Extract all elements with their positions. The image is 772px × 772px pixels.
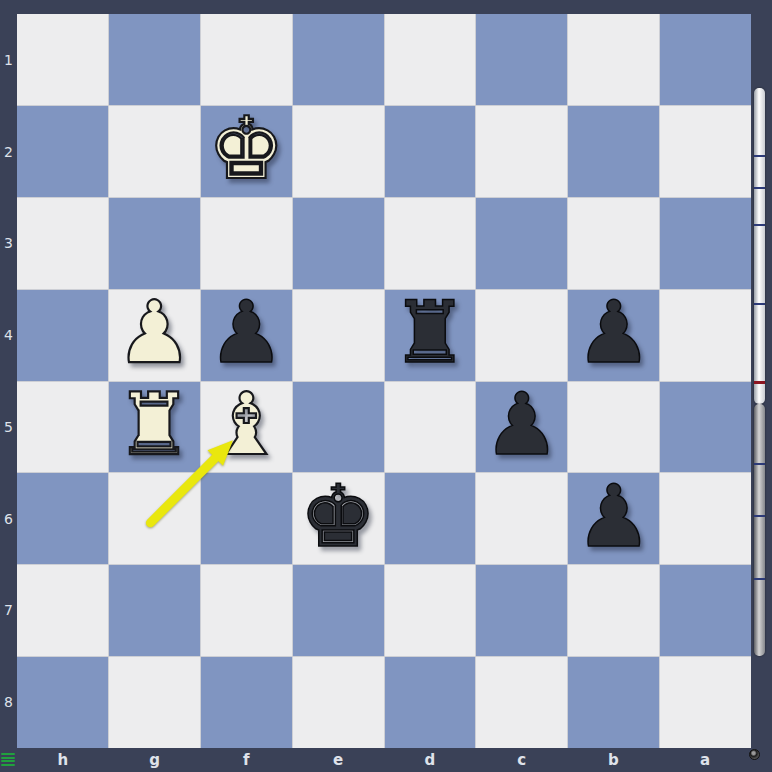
- square-g2[interactable]: [109, 106, 200, 197]
- square-e2[interactable]: [293, 106, 384, 197]
- square-c6[interactable]: [476, 473, 567, 564]
- rank-label-6: 6: [0, 473, 17, 565]
- rank-label-4: 4: [0, 289, 17, 381]
- square-f7[interactable]: [201, 565, 292, 656]
- square-b3[interactable]: [568, 198, 659, 289]
- square-d7[interactable]: [385, 565, 476, 656]
- square-b4[interactable]: ♟: [568, 290, 659, 381]
- file-label-b: b: [568, 748, 660, 772]
- piece-black-pawn-b6[interactable]: ♟: [575, 473, 652, 559]
- rank-label-1: 1: [0, 14, 17, 106]
- scrollbar-red-marker: [754, 381, 765, 384]
- piece-black-king-e6[interactable]: ♚: [300, 473, 377, 559]
- green-bars-indicator-icon: [1, 753, 15, 767]
- square-e8[interactable]: [293, 657, 384, 748]
- square-f4[interactable]: ♟: [201, 290, 292, 381]
- scrollbar-thumb[interactable]: [754, 88, 765, 404]
- square-g6[interactable]: [109, 473, 200, 564]
- square-e7[interactable]: [293, 565, 384, 656]
- piece-white-bishop-f5[interactable]: ♝: [208, 381, 285, 467]
- square-e6[interactable]: ♚: [293, 473, 384, 564]
- square-h3[interactable]: [17, 198, 108, 289]
- piece-white-pawn-g4[interactable]: ♟: [116, 289, 193, 375]
- square-c2[interactable]: [476, 106, 567, 197]
- chess-board[interactable]: ♚♟♟♜♟♜♝♟♚♟: [17, 14, 751, 748]
- square-c1[interactable]: [476, 14, 567, 105]
- square-d3[interactable]: [385, 198, 476, 289]
- square-f6[interactable]: [201, 473, 292, 564]
- rank-label-3: 3: [0, 198, 17, 290]
- square-c4[interactable]: [476, 290, 567, 381]
- square-d5[interactable]: [385, 382, 476, 473]
- square-a6[interactable]: [660, 473, 751, 564]
- square-h4[interactable]: [17, 290, 108, 381]
- file-labels: hgfedcba: [17, 748, 751, 772]
- file-label-c: c: [476, 748, 568, 772]
- file-label-g: g: [109, 748, 201, 772]
- rank-label-7: 7: [0, 565, 17, 657]
- scrollbar-tick: [754, 463, 765, 465]
- square-d2[interactable]: [385, 106, 476, 197]
- scrollbar-tick: [754, 303, 765, 305]
- piece-white-rook-g5[interactable]: ♜: [116, 381, 193, 467]
- square-a2[interactable]: [660, 106, 751, 197]
- scrollbar-tick: [754, 515, 765, 517]
- square-c5[interactable]: ♟: [476, 382, 567, 473]
- piece-black-pawn-c5[interactable]: ♟: [483, 381, 560, 467]
- scrollbar-tick: [754, 187, 765, 189]
- square-h2[interactable]: [17, 106, 108, 197]
- square-g1[interactable]: [109, 14, 200, 105]
- file-label-h: h: [17, 748, 109, 772]
- file-label-f: f: [201, 748, 293, 772]
- scrollbar-tick: [754, 224, 765, 226]
- chess-app-window: 12345678 ♚♟♟♜♟♜♝♟♚♟ hgfedcba: [0, 0, 772, 772]
- square-e3[interactable]: [293, 198, 384, 289]
- square-h7[interactable]: [17, 565, 108, 656]
- square-e1[interactable]: [293, 14, 384, 105]
- square-b6[interactable]: ♟: [568, 473, 659, 564]
- square-h1[interactable]: [17, 14, 108, 105]
- square-a1[interactable]: [660, 14, 751, 105]
- rank-label-8: 8: [0, 656, 17, 748]
- square-b5[interactable]: [568, 382, 659, 473]
- piece-black-pawn-f4[interactable]: ♟: [208, 289, 285, 375]
- file-label-e: e: [292, 748, 384, 772]
- square-f3[interactable]: [201, 198, 292, 289]
- square-g7[interactable]: [109, 565, 200, 656]
- square-c8[interactable]: [476, 657, 567, 748]
- square-b7[interactable]: [568, 565, 659, 656]
- square-a3[interactable]: [660, 198, 751, 289]
- square-g8[interactable]: [109, 657, 200, 748]
- square-e5[interactable]: [293, 382, 384, 473]
- square-f2[interactable]: ♚: [201, 106, 292, 197]
- scrollbar-track-lower[interactable]: [754, 404, 765, 656]
- file-label-a: a: [659, 748, 751, 772]
- square-a4[interactable]: [660, 290, 751, 381]
- square-e4[interactable]: [293, 290, 384, 381]
- square-d4[interactable]: ♜: [385, 290, 476, 381]
- piece-white-king-f2[interactable]: ♚: [208, 105, 285, 191]
- square-a5[interactable]: [660, 382, 751, 473]
- square-c7[interactable]: [476, 565, 567, 656]
- piece-black-rook-d4[interactable]: ♜: [391, 289, 468, 375]
- square-c3[interactable]: [476, 198, 567, 289]
- square-d8[interactable]: [385, 657, 476, 748]
- square-d6[interactable]: [385, 473, 476, 564]
- square-b8[interactable]: [568, 657, 659, 748]
- square-h8[interactable]: [17, 657, 108, 748]
- square-g3[interactable]: [109, 198, 200, 289]
- rank-labels: 12345678: [0, 14, 17, 748]
- record-dot-icon: [749, 749, 760, 760]
- file-label-d: d: [384, 748, 476, 772]
- square-f8[interactable]: [201, 657, 292, 748]
- piece-black-pawn-b4[interactable]: ♟: [575, 289, 652, 375]
- square-b2[interactable]: [568, 106, 659, 197]
- square-a8[interactable]: [660, 657, 751, 748]
- rank-label-2: 2: [0, 106, 17, 198]
- rank-label-5: 5: [0, 381, 17, 473]
- square-h5[interactable]: [17, 382, 108, 473]
- square-h6[interactable]: [17, 473, 108, 564]
- square-d1[interactable]: [385, 14, 476, 105]
- square-g4[interactable]: ♟: [109, 290, 200, 381]
- square-a7[interactable]: [660, 565, 751, 656]
- scrollbar-tick: [754, 155, 765, 157]
- square-b1[interactable]: [568, 14, 659, 105]
- square-f1[interactable]: [201, 14, 292, 105]
- square-f5[interactable]: ♝: [201, 382, 292, 473]
- scrollbar-tick: [754, 578, 765, 580]
- square-g5[interactable]: ♜: [109, 382, 200, 473]
